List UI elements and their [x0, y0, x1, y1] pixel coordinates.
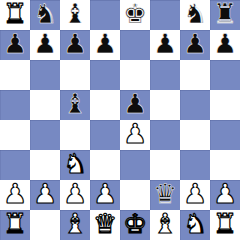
square-g7[interactable]: ♟ — [180, 30, 210, 60]
square-d6[interactable] — [90, 60, 120, 90]
black-pawn-g7[interactable]: ♟ — [183, 29, 207, 59]
black-queen-f2[interactable]: ♛ — [153, 179, 177, 209]
chess-board: ♜♞♝♚♞♜♟♟♟♟♟♟♟♝♟♟♞♟♟♟♟♛♟♟♜♝♛♚♝♞♜ — [0, 0, 240, 240]
square-h1[interactable]: ♜ — [210, 210, 240, 240]
square-e7[interactable] — [120, 30, 150, 60]
square-f1[interactable]: ♝ — [150, 210, 180, 240]
black-pawn-d7[interactable]: ♟ — [93, 29, 117, 59]
square-e2[interactable] — [120, 180, 150, 210]
square-e8[interactable]: ♚ — [120, 0, 150, 30]
square-g4[interactable] — [180, 120, 210, 150]
square-a2[interactable]: ♟ — [0, 180, 30, 210]
black-pawn-h7[interactable]: ♟ — [213, 29, 237, 59]
black-pawn-a7[interactable]: ♟ — [3, 29, 27, 59]
square-h2[interactable]: ♟ — [210, 180, 240, 210]
black-pawn-b7[interactable]: ♟ — [33, 29, 57, 59]
square-e4[interactable]: ♟ — [120, 120, 150, 150]
square-d7[interactable]: ♟ — [90, 30, 120, 60]
white-pawn-c2[interactable]: ♟ — [63, 179, 87, 209]
white-bishop-f1[interactable]: ♝ — [153, 209, 177, 239]
square-f4[interactable] — [150, 120, 180, 150]
square-d8[interactable] — [90, 0, 120, 30]
square-e3[interactable] — [120, 150, 150, 180]
square-h3[interactable] — [210, 150, 240, 180]
square-d3[interactable] — [90, 150, 120, 180]
square-b6[interactable] — [30, 60, 60, 90]
white-pawn-e4[interactable]: ♟ — [123, 119, 147, 149]
square-g1[interactable]: ♞ — [180, 210, 210, 240]
white-pawn-b2[interactable]: ♟ — [33, 179, 57, 209]
square-f5[interactable] — [150, 90, 180, 120]
square-a3[interactable] — [0, 150, 30, 180]
white-queen-d1[interactable]: ♛ — [93, 209, 117, 239]
square-b5[interactable] — [30, 90, 60, 120]
square-e5[interactable]: ♟ — [120, 90, 150, 120]
white-knight-c3[interactable]: ♞ — [63, 149, 87, 179]
square-f8[interactable] — [150, 0, 180, 30]
square-d4[interactable] — [90, 120, 120, 150]
square-a7[interactable]: ♟ — [0, 30, 30, 60]
square-c8[interactable]: ♝ — [60, 0, 90, 30]
chess-app: ♜♞♝♚♞♜♟♟♟♟♟♟♟♝♟♟♞♟♟♟♟♛♟♟♜♝♛♚♝♞♜ — [0, 0, 242, 242]
square-a4[interactable] — [0, 120, 30, 150]
square-g6[interactable] — [180, 60, 210, 90]
square-g2[interactable]: ♟ — [180, 180, 210, 210]
white-bishop-c1[interactable]: ♝ — [63, 209, 87, 239]
square-f6[interactable] — [150, 60, 180, 90]
white-rook-h1[interactable]: ♜ — [213, 209, 237, 239]
square-c4[interactable] — [60, 120, 90, 150]
white-rook-a8[interactable]: ♜ — [3, 0, 27, 29]
square-b1[interactable] — [30, 210, 60, 240]
square-c7[interactable]: ♟ — [60, 30, 90, 60]
black-bishop-c8[interactable]: ♝ — [63, 0, 87, 29]
square-c2[interactable]: ♟ — [60, 180, 90, 210]
square-d5[interactable] — [90, 90, 120, 120]
black-knight-b8[interactable]: ♞ — [33, 0, 57, 29]
black-pawn-c7[interactable]: ♟ — [63, 29, 87, 59]
square-g5[interactable] — [180, 90, 210, 120]
square-f3[interactable] — [150, 150, 180, 180]
square-h8[interactable]: ♜ — [210, 0, 240, 30]
square-a5[interactable] — [0, 90, 30, 120]
square-h6[interactable] — [210, 60, 240, 90]
square-e6[interactable] — [120, 60, 150, 90]
square-b8[interactable]: ♞ — [30, 0, 60, 30]
square-c6[interactable] — [60, 60, 90, 90]
white-king-e1[interactable]: ♚ — [123, 209, 147, 239]
white-pawn-d2[interactable]: ♟ — [93, 179, 117, 209]
square-b7[interactable]: ♟ — [30, 30, 60, 60]
square-e1[interactable]: ♚ — [120, 210, 150, 240]
square-a6[interactable] — [0, 60, 30, 90]
white-rook-a1[interactable]: ♜ — [3, 209, 27, 239]
square-c3[interactable]: ♞ — [60, 150, 90, 180]
square-b4[interactable] — [30, 120, 60, 150]
square-d2[interactable]: ♟ — [90, 180, 120, 210]
square-a1[interactable]: ♜ — [0, 210, 30, 240]
black-king-e8[interactable]: ♚ — [123, 0, 147, 29]
black-knight-g8[interactable]: ♞ — [183, 0, 207, 29]
black-pawn-e5[interactable]: ♟ — [123, 89, 147, 119]
white-pawn-a2[interactable]: ♟ — [3, 179, 27, 209]
square-h7[interactable]: ♟ — [210, 30, 240, 60]
square-g8[interactable]: ♞ — [180, 0, 210, 30]
white-pawn-g2[interactable]: ♟ — [183, 179, 207, 209]
square-f7[interactable]: ♟ — [150, 30, 180, 60]
square-d1[interactable]: ♛ — [90, 210, 120, 240]
square-g3[interactable] — [180, 150, 210, 180]
square-c1[interactable]: ♝ — [60, 210, 90, 240]
square-h4[interactable] — [210, 120, 240, 150]
square-b2[interactable]: ♟ — [30, 180, 60, 210]
white-knight-g1[interactable]: ♞ — [183, 209, 207, 239]
square-c5[interactable]: ♝ — [60, 90, 90, 120]
square-h5[interactable] — [210, 90, 240, 120]
black-bishop-c5[interactable]: ♝ — [63, 89, 87, 119]
black-pawn-f7[interactable]: ♟ — [153, 29, 177, 59]
white-pawn-h2[interactable]: ♟ — [213, 179, 237, 209]
black-rook-h8[interactable]: ♜ — [213, 0, 237, 29]
square-f2[interactable]: ♛ — [150, 180, 180, 210]
square-b3[interactable] — [30, 150, 60, 180]
square-a8[interactable]: ♜ — [0, 0, 30, 30]
